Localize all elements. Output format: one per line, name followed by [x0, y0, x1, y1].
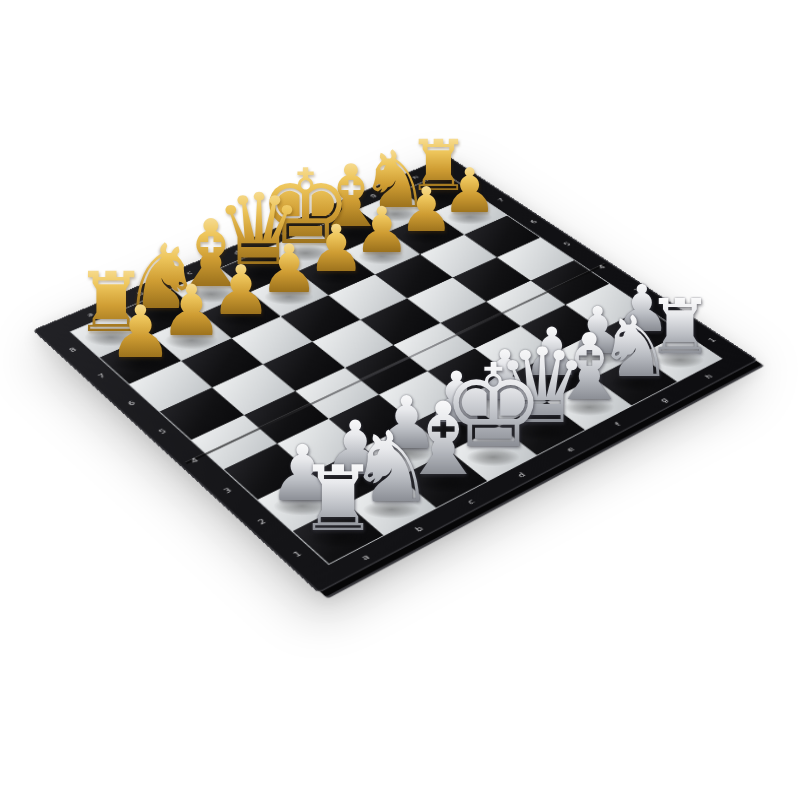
coordinate-label-top-b: b [135, 290, 145, 296]
coordinate-label-top-a: a [85, 312, 95, 318]
coordinate-label-left-2: 2 [256, 518, 267, 526]
coordinate-label-left-8: 8 [68, 347, 78, 354]
coordinate-label-bottom-h: h [703, 373, 714, 380]
board-squares [70, 173, 723, 565]
coordinate-label-right-6: 6 [529, 219, 539, 225]
coordinate-label-bottom-g: g [658, 397, 669, 404]
coordinate-label-top-h: h [411, 175, 420, 180]
coordinate-label-left-6: 6 [126, 400, 137, 407]
board-perspective-wrapper: 8877665544332211aabbccddeeffgghh [346, 86, 437, 604]
coordinate-label-bottom-b: b [413, 525, 425, 533]
product-photo: 8877665544332211aabbccddeeffgghh ♜♞♟♝♟♚♟… [0, 0, 800, 800]
chessboard: 8877665544332211aabbccddeeffgghh [33, 156, 759, 593]
coordinate-label-bottom-c: c [466, 498, 477, 506]
coordinate-label-left-3: 3 [222, 487, 233, 495]
coordinate-label-left-5: 5 [157, 428, 168, 435]
coordinate-label-bottom-d: d [516, 471, 528, 479]
coordinate-label-right-2: 2 [669, 312, 680, 318]
coordinate-label-top-g: g [368, 193, 377, 198]
coordinate-label-bottom-e: e [565, 446, 576, 453]
coordinate-label-top-c: c [185, 270, 194, 276]
coordinate-label-right-1: 1 [707, 337, 718, 344]
coordinate-label-top-f: f [325, 212, 333, 217]
coordinate-label-right-8: 8 [465, 177, 475, 182]
coordinate-label-bottom-f: f [613, 421, 622, 427]
coordinate-label-bottom-a: a [360, 553, 372, 561]
coordinate-label-left-1: 1 [292, 550, 304, 559]
coordinate-label-top-d: d [232, 250, 242, 256]
coordinate-label-right-7: 7 [496, 198, 506, 203]
coordinate-label-left-7: 7 [97, 373, 107, 380]
coordinate-label-right-5: 5 [562, 241, 572, 247]
coordinate-label-right-3: 3 [632, 288, 642, 294]
coordinate-label-top-e: e [279, 230, 288, 236]
